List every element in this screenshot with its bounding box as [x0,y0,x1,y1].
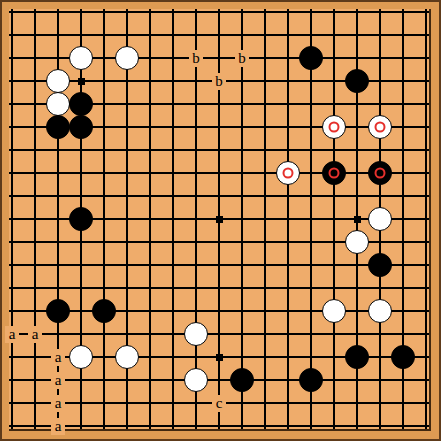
red-circle-marker [375,168,386,179]
black-stone [368,253,392,277]
point-label-a: a [51,395,65,412]
red-circle-marker [375,122,386,133]
white-stone [46,92,70,116]
white-stone [368,299,392,323]
white-stone [184,368,208,392]
white-stone [368,115,392,139]
point-label-b: b [235,50,249,67]
black-stone [46,299,70,323]
black-stone [92,299,116,323]
black-stone [299,368,323,392]
red-circle-marker [329,122,340,133]
point-label-a: a [28,326,42,343]
black-stone [69,207,93,231]
white-stone [322,299,346,323]
red-circle-marker [329,168,340,179]
black-stone [69,115,93,139]
black-stone [230,368,254,392]
white-stone [345,230,369,254]
point-label-a: a [51,349,65,366]
point-label-a: a [5,326,19,343]
white-stone [69,46,93,70]
star-point [354,216,361,223]
white-stone [46,69,70,93]
point-label-b: b [189,50,203,67]
point-label-a: a [51,372,65,389]
point-label-b: b [212,73,226,90]
white-stone [115,345,139,369]
star-point [78,78,85,85]
go-board-frame: bbbaaaaaca [0,0,441,441]
red-circle-marker [283,168,294,179]
black-stone [46,115,70,139]
point-label-a: a [51,418,65,435]
black-stone [299,46,323,70]
white-stone [69,345,93,369]
star-point [216,354,223,361]
star-point [216,216,223,223]
black-stone [69,92,93,116]
black-stone [345,69,369,93]
black-stone [322,161,346,185]
point-label-c: c [212,395,226,412]
white-stone [184,322,208,346]
white-stone [322,115,346,139]
black-stone [391,345,415,369]
black-stone [368,161,392,185]
white-stone [276,161,300,185]
black-stone [345,345,369,369]
white-stone [115,46,139,70]
go-board: bbbaaaaaca [9,9,431,431]
white-stone [368,207,392,231]
